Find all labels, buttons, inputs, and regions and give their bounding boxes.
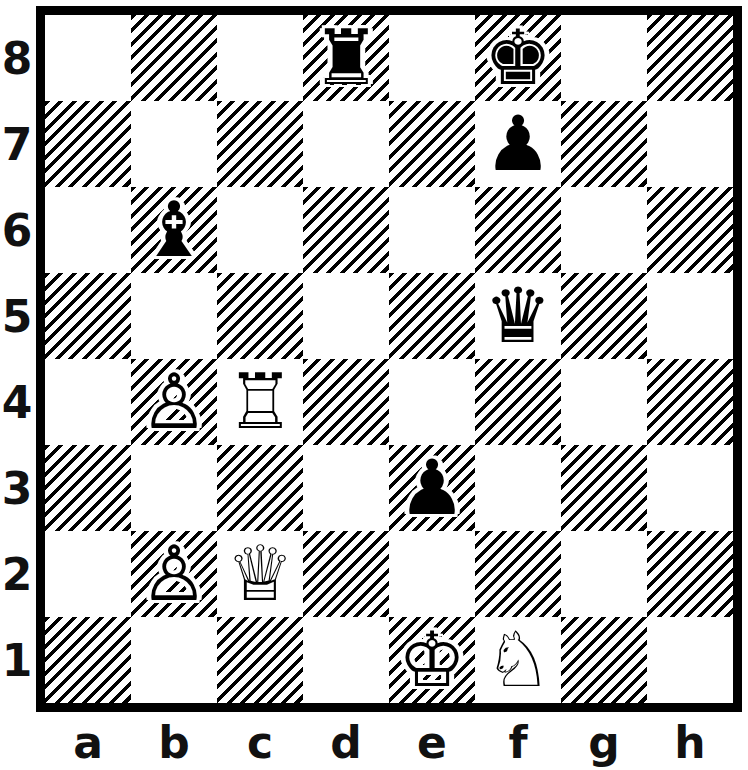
square-h8[interactable] bbox=[647, 15, 733, 101]
square-a4[interactable] bbox=[45, 359, 131, 445]
square-b1[interactable] bbox=[131, 617, 217, 703]
file-label-a: a bbox=[45, 714, 131, 770]
square-d8[interactable]: ♜ bbox=[303, 15, 389, 101]
square-c5[interactable] bbox=[217, 273, 303, 359]
square-e8[interactable] bbox=[389, 15, 475, 101]
rank-label-7: 7 bbox=[0, 101, 34, 187]
square-g1[interactable] bbox=[561, 617, 647, 703]
white-knight-f1[interactable]: ♘ bbox=[484, 617, 552, 703]
square-d7[interactable] bbox=[303, 101, 389, 187]
rank-label-8: 8 bbox=[0, 15, 34, 101]
white-king-e1[interactable]: ♔ bbox=[398, 617, 466, 703]
square-e6[interactable] bbox=[389, 187, 475, 273]
black-bishop-b6[interactable]: ♝ bbox=[140, 187, 208, 273]
rank-label-2: 2 bbox=[0, 531, 34, 617]
square-e3[interactable]: ♟ bbox=[389, 445, 475, 531]
rank-label-1: 1 bbox=[0, 617, 34, 703]
square-a1[interactable] bbox=[45, 617, 131, 703]
square-b5[interactable] bbox=[131, 273, 217, 359]
square-h6[interactable] bbox=[647, 187, 733, 273]
board-frame: ♜♚♟♝♛♙♖♟♙♕♔♘ bbox=[36, 6, 742, 712]
square-f4[interactable] bbox=[475, 359, 561, 445]
square-g2[interactable] bbox=[561, 531, 647, 617]
square-c1[interactable] bbox=[217, 617, 303, 703]
file-label-c: c bbox=[217, 714, 303, 770]
square-e1[interactable]: ♔ bbox=[389, 617, 475, 703]
square-c4[interactable]: ♖ bbox=[217, 359, 303, 445]
square-f7[interactable]: ♟ bbox=[475, 101, 561, 187]
square-h4[interactable] bbox=[647, 359, 733, 445]
square-h7[interactable] bbox=[647, 101, 733, 187]
file-label-d: d bbox=[303, 714, 389, 770]
rank-label-3: 3 bbox=[0, 445, 34, 531]
rank-label-4: 4 bbox=[0, 359, 34, 445]
square-f1[interactable]: ♘ bbox=[475, 617, 561, 703]
square-g5[interactable] bbox=[561, 273, 647, 359]
square-d1[interactable] bbox=[303, 617, 389, 703]
white-pawn-b4[interactable]: ♙ bbox=[140, 359, 208, 445]
square-g6[interactable] bbox=[561, 187, 647, 273]
file-label-g: g bbox=[561, 714, 647, 770]
square-a6[interactable] bbox=[45, 187, 131, 273]
square-a3[interactable] bbox=[45, 445, 131, 531]
square-e5[interactable] bbox=[389, 273, 475, 359]
file-labels: abcdefgh bbox=[45, 714, 733, 770]
square-g3[interactable] bbox=[561, 445, 647, 531]
square-e4[interactable] bbox=[389, 359, 475, 445]
square-g7[interactable] bbox=[561, 101, 647, 187]
square-h2[interactable] bbox=[647, 531, 733, 617]
chessboard: ♜♚♟♝♛♙♖♟♙♕♔♘ bbox=[45, 15, 733, 703]
square-h1[interactable] bbox=[647, 617, 733, 703]
square-a7[interactable] bbox=[45, 101, 131, 187]
square-h3[interactable] bbox=[647, 445, 733, 531]
rank-label-5: 5 bbox=[0, 273, 34, 359]
square-b3[interactable] bbox=[131, 445, 217, 531]
square-d4[interactable] bbox=[303, 359, 389, 445]
square-e7[interactable] bbox=[389, 101, 475, 187]
rank-label-6: 6 bbox=[0, 187, 34, 273]
square-g8[interactable] bbox=[561, 15, 647, 101]
square-d5[interactable] bbox=[303, 273, 389, 359]
square-g4[interactable] bbox=[561, 359, 647, 445]
black-king-f8[interactable]: ♚ bbox=[484, 15, 552, 101]
square-a8[interactable] bbox=[45, 15, 131, 101]
square-h5[interactable] bbox=[647, 273, 733, 359]
square-d3[interactable] bbox=[303, 445, 389, 531]
file-label-e: e bbox=[389, 714, 475, 770]
square-b4[interactable]: ♙ bbox=[131, 359, 217, 445]
square-f6[interactable] bbox=[475, 187, 561, 273]
square-c3[interactable] bbox=[217, 445, 303, 531]
black-queen-f5[interactable]: ♛ bbox=[484, 273, 552, 359]
black-pawn-e3[interactable]: ♟ bbox=[398, 445, 466, 531]
black-pawn-f7[interactable]: ♟ bbox=[484, 101, 552, 187]
square-e2[interactable] bbox=[389, 531, 475, 617]
square-f2[interactable] bbox=[475, 531, 561, 617]
white-rook-c4[interactable]: ♖ bbox=[226, 359, 294, 445]
square-f3[interactable] bbox=[475, 445, 561, 531]
file-label-h: h bbox=[647, 714, 733, 770]
square-f5[interactable]: ♛ bbox=[475, 273, 561, 359]
square-b2[interactable]: ♙ bbox=[131, 531, 217, 617]
square-c2[interactable]: ♕ bbox=[217, 531, 303, 617]
square-c8[interactable] bbox=[217, 15, 303, 101]
file-label-b: b bbox=[131, 714, 217, 770]
rank-labels: 87654321 bbox=[0, 15, 34, 703]
file-label-f: f bbox=[475, 714, 561, 770]
square-a2[interactable] bbox=[45, 531, 131, 617]
square-c7[interactable] bbox=[217, 101, 303, 187]
square-d2[interactable] bbox=[303, 531, 389, 617]
square-c6[interactable] bbox=[217, 187, 303, 273]
square-b7[interactable] bbox=[131, 101, 217, 187]
white-pawn-b2[interactable]: ♙ bbox=[140, 531, 208, 617]
square-f8[interactable]: ♚ bbox=[475, 15, 561, 101]
black-rook-d8[interactable]: ♜ bbox=[312, 15, 380, 101]
chess-diagram: 87654321 ♜♚♟♝♛♙♖♟♙♕♔♘ abcdefgh bbox=[0, 0, 748, 770]
square-b6[interactable]: ♝ bbox=[131, 187, 217, 273]
square-d6[interactable] bbox=[303, 187, 389, 273]
square-b8[interactable] bbox=[131, 15, 217, 101]
square-a5[interactable] bbox=[45, 273, 131, 359]
white-queen-c2[interactable]: ♕ bbox=[226, 531, 294, 617]
